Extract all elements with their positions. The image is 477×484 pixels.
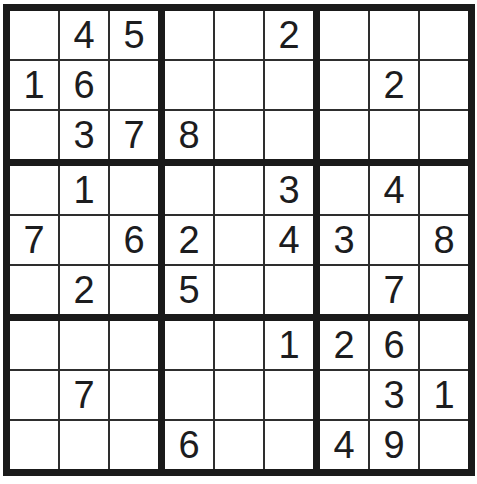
cell-r8c3[interactable] (110, 371, 158, 419)
box-1-3: 2 (320, 11, 468, 159)
cell-r7c7: 2 (320, 321, 368, 369)
box-3-3: 263149 (320, 321, 468, 469)
cell-r1c7[interactable] (320, 11, 368, 59)
cell-r4c4[interactable] (165, 166, 213, 214)
cell-r8c1[interactable] (10, 371, 58, 419)
cell-r4c3[interactable] (110, 166, 158, 214)
cell-r3c8[interactable] (370, 111, 418, 159)
cell-r8c4[interactable] (165, 371, 213, 419)
cell-r5c7: 3 (320, 216, 368, 264)
cell-r1c5[interactable] (215, 11, 263, 59)
cell-r3c2: 3 (60, 111, 108, 159)
cell-r5c4: 2 (165, 216, 213, 264)
box-3-2: 16 (165, 321, 313, 469)
sudoku-board: 451637282176232454387716263149 (3, 4, 475, 476)
cell-r8c6[interactable] (265, 371, 313, 419)
cell-r6c6[interactable] (265, 266, 313, 314)
cell-r4c2: 1 (60, 166, 108, 214)
cell-r1c4[interactable] (165, 11, 213, 59)
cell-r6c4: 5 (165, 266, 213, 314)
cell-r1c1[interactable] (10, 11, 58, 59)
cell-r9c6[interactable] (265, 421, 313, 469)
cell-r1c8[interactable] (370, 11, 418, 59)
cell-r3c7[interactable] (320, 111, 368, 159)
cell-r5c3: 6 (110, 216, 158, 264)
box-2-2: 3245 (165, 166, 313, 314)
cell-r9c2[interactable] (60, 421, 108, 469)
box-2-3: 4387 (320, 166, 468, 314)
cell-r4c8: 4 (370, 166, 418, 214)
cell-r9c5[interactable] (215, 421, 263, 469)
cell-r1c9[interactable] (420, 11, 468, 59)
cell-r2c9[interactable] (420, 61, 468, 109)
cell-r2c1: 1 (10, 61, 58, 109)
cell-r2c5[interactable] (215, 61, 263, 109)
cell-r6c5[interactable] (215, 266, 263, 314)
cell-r4c9[interactable] (420, 166, 468, 214)
box-2-1: 1762 (10, 166, 158, 314)
cell-r1c6: 2 (265, 11, 313, 59)
cell-r1c2: 4 (60, 11, 108, 59)
cell-r7c2[interactable] (60, 321, 108, 369)
cell-r5c1: 7 (10, 216, 58, 264)
cell-r7c9[interactable] (420, 321, 468, 369)
cell-r7c6: 1 (265, 321, 313, 369)
cell-r6c3[interactable] (110, 266, 158, 314)
cell-r6c1[interactable] (10, 266, 58, 314)
cell-r4c5[interactable] (215, 166, 263, 214)
cell-r5c8[interactable] (370, 216, 418, 264)
box-1-2: 28 (165, 11, 313, 159)
cell-r9c3[interactable] (110, 421, 158, 469)
cell-r7c4[interactable] (165, 321, 213, 369)
cell-r2c2: 6 (60, 61, 108, 109)
cell-r6c8: 7 (370, 266, 418, 314)
cell-r3c9[interactable] (420, 111, 468, 159)
cell-r8c7[interactable] (320, 371, 368, 419)
cell-r2c3[interactable] (110, 61, 158, 109)
cell-r9c4: 6 (165, 421, 213, 469)
cell-r6c9[interactable] (420, 266, 468, 314)
cell-r3c1[interactable] (10, 111, 58, 159)
cell-r4c6: 3 (265, 166, 313, 214)
cell-r7c8: 6 (370, 321, 418, 369)
cell-r2c8: 2 (370, 61, 418, 109)
cell-r9c8: 9 (370, 421, 418, 469)
sudoku-page: 451637282176232454387716263149 (0, 0, 477, 484)
cell-r9c7: 4 (320, 421, 368, 469)
cell-r1c3: 5 (110, 11, 158, 59)
cell-r8c8: 3 (370, 371, 418, 419)
cell-r2c6[interactable] (265, 61, 313, 109)
cell-r7c3[interactable] (110, 321, 158, 369)
cell-r3c5[interactable] (215, 111, 263, 159)
cell-r5c6: 4 (265, 216, 313, 264)
cell-r4c7[interactable] (320, 166, 368, 214)
cell-r6c7[interactable] (320, 266, 368, 314)
cell-r7c1[interactable] (10, 321, 58, 369)
cell-r8c2: 7 (60, 371, 108, 419)
cell-r5c9: 8 (420, 216, 468, 264)
cell-r8c5[interactable] (215, 371, 263, 419)
cell-r6c2: 2 (60, 266, 108, 314)
cell-r3c4: 8 (165, 111, 213, 159)
box-1-1: 451637 (10, 11, 158, 159)
cell-r5c5[interactable] (215, 216, 263, 264)
cell-r9c9[interactable] (420, 421, 468, 469)
cell-r3c6[interactable] (265, 111, 313, 159)
cell-r2c4[interactable] (165, 61, 213, 109)
cell-r2c7[interactable] (320, 61, 368, 109)
cell-r3c3: 7 (110, 111, 158, 159)
cell-r9c1[interactable] (10, 421, 58, 469)
cell-r4c1[interactable] (10, 166, 58, 214)
cell-r7c5[interactable] (215, 321, 263, 369)
cell-r5c2[interactable] (60, 216, 108, 264)
cell-r8c9: 1 (420, 371, 468, 419)
box-3-1: 7 (10, 321, 158, 469)
